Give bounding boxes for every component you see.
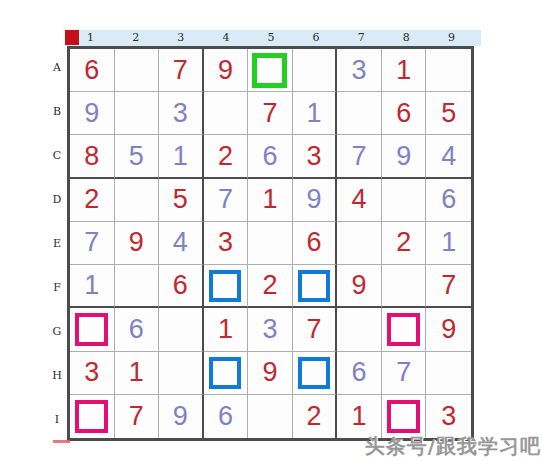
cell-G6[interactable]: 7 — [293, 308, 338, 351]
cell-C7[interactable]: 7 — [337, 135, 382, 178]
cell-I8[interactable] — [382, 395, 427, 438]
cell-D9[interactable]: 6 — [426, 179, 471, 222]
solved-digit: 1 — [173, 143, 188, 170]
solved-digit: 6 — [441, 186, 456, 213]
given-digit: 7 — [262, 100, 277, 127]
cell-A3[interactable]: 7 — [159, 49, 204, 92]
cell-I5[interactable] — [248, 395, 293, 438]
row-label-G: G — [48, 309, 66, 353]
given-digit: 6 — [307, 229, 322, 256]
given-digit: 3 — [84, 359, 99, 386]
given-digit: 2 — [396, 229, 411, 256]
pink-highlight-box — [387, 400, 420, 433]
solved-digit: 9 — [396, 143, 411, 170]
cell-B2[interactable] — [115, 92, 160, 135]
solved-digit: 9 — [84, 100, 99, 127]
watermark-text: 头条号/跟我学习吧 — [365, 433, 541, 460]
cell-A1[interactable]: 6 — [70, 49, 115, 92]
given-digit: 2 — [262, 272, 277, 299]
solved-digit: 1 — [307, 100, 322, 127]
cell-G1[interactable] — [70, 308, 115, 351]
bottom-left-tick — [53, 440, 70, 443]
pink-highlight-box — [75, 313, 108, 346]
col-label-4: 4 — [203, 30, 248, 46]
cell-B7[interactable] — [337, 92, 382, 135]
column-labels: 123456789 — [68, 30, 474, 46]
cell-E1[interactable]: 7 — [70, 222, 115, 265]
solved-digit: 3 — [352, 57, 367, 84]
cell-C1[interactable]: 8 — [70, 135, 115, 178]
solved-digit: 7 — [84, 229, 99, 256]
cell-H3[interactable] — [159, 352, 204, 395]
cell-A6[interactable] — [293, 49, 338, 92]
cell-C9[interactable]: 4 — [426, 135, 471, 178]
solved-digit: 6 — [129, 316, 144, 343]
cell-D1[interactable]: 2 — [70, 179, 115, 222]
given-digit: 3 — [307, 143, 322, 170]
cell-F4[interactable] — [204, 265, 249, 308]
given-digit: 2 — [218, 143, 233, 170]
cell-H8[interactable]: 7 — [382, 352, 427, 395]
solved-digit: 5 — [129, 143, 144, 170]
cell-A9[interactable] — [426, 49, 471, 92]
cell-A7[interactable]: 3 — [337, 49, 382, 92]
cell-C6[interactable]: 3 — [293, 135, 338, 178]
row-label-B: B — [48, 90, 66, 134]
cell-C2[interactable]: 5 — [115, 135, 160, 178]
row-label-H: H — [48, 353, 66, 397]
blue-highlight-box — [209, 357, 241, 389]
cell-E5[interactable] — [248, 222, 293, 265]
cell-F8[interactable] — [382, 265, 427, 308]
solved-digit: 3 — [262, 316, 277, 343]
row-label-F: F — [48, 265, 66, 309]
given-digit: 9 — [352, 272, 367, 299]
solved-digit: 9 — [307, 186, 322, 213]
cell-F5[interactable]: 2 — [248, 265, 293, 308]
col-label-2: 2 — [113, 30, 158, 46]
row-labels: ABCDEFGHI — [48, 46, 66, 441]
col-label-3: 3 — [158, 30, 203, 46]
cell-D5[interactable]: 1 — [248, 179, 293, 222]
given-digit: 9 — [441, 316, 456, 343]
given-digit: 7 — [441, 272, 456, 299]
cell-H7[interactable]: 6 — [337, 352, 382, 395]
cell-A4[interactable]: 9 — [204, 49, 249, 92]
solved-digit: 7 — [396, 359, 411, 386]
cell-E2[interactable]: 9 — [115, 222, 160, 265]
row-label-A: A — [48, 46, 66, 90]
given-digit: 5 — [173, 186, 188, 213]
given-digit: 1 — [352, 403, 367, 430]
cell-D6[interactable]: 9 — [293, 179, 338, 222]
cell-G9[interactable]: 9 — [426, 308, 471, 351]
given-digit: 1 — [129, 359, 144, 386]
solved-digit: 1 — [441, 229, 456, 256]
given-digit: 7 — [307, 316, 322, 343]
blue-highlight-box — [298, 357, 330, 389]
given-digit: 2 — [84, 186, 99, 213]
given-digit: 8 — [84, 143, 99, 170]
given-digit: 1 — [218, 316, 233, 343]
cell-B1[interactable]: 9 — [70, 92, 115, 135]
cell-D3[interactable]: 5 — [159, 179, 204, 222]
cell-G3[interactable] — [159, 308, 204, 351]
cell-I3[interactable]: 9 — [159, 395, 204, 438]
cell-I7[interactable]: 1 — [337, 395, 382, 438]
given-digit: 4 — [352, 186, 367, 213]
cell-H4[interactable] — [204, 352, 249, 395]
solved-digit: 1 — [84, 272, 99, 299]
given-digit: 9 — [262, 359, 277, 386]
cell-G4[interactable]: 1 — [204, 308, 249, 351]
col-label-7: 7 — [339, 30, 384, 46]
solved-digit: 7 — [218, 186, 233, 213]
solved-digit: 6 — [352, 359, 367, 386]
col-label-1: 1 — [68, 30, 113, 46]
col-label-9: 9 — [429, 30, 474, 46]
cell-A2[interactable] — [115, 49, 160, 92]
cell-F2[interactable] — [115, 265, 160, 308]
cell-H5[interactable]: 9 — [248, 352, 293, 395]
col-label-8: 8 — [384, 30, 429, 46]
given-digit: 6 — [396, 100, 411, 127]
cell-I9[interactable]: 3 — [426, 395, 471, 438]
given-digit: 5 — [441, 100, 456, 127]
cell-C8[interactable]: 9 — [382, 135, 427, 178]
cell-H1[interactable]: 3 — [70, 352, 115, 395]
given-digit: 3 — [218, 229, 233, 256]
cell-E8[interactable]: 2 — [382, 222, 427, 265]
sudoku-screenshot: 123456789 ABCDEFGHI 67931937165851263794… — [0, 0, 542, 461]
cell-H9[interactable] — [426, 352, 471, 395]
cell-H6[interactable] — [293, 352, 338, 395]
cell-I2[interactable]: 7 — [115, 395, 160, 438]
blue-highlight-box — [209, 270, 241, 302]
solved-digit: 4 — [441, 143, 456, 170]
row-label-I: I — [48, 397, 66, 441]
given-digit: 3 — [441, 403, 456, 430]
solved-digit: 4 — [173, 229, 188, 256]
cell-B5[interactable]: 7 — [248, 92, 293, 135]
pink-highlight-box — [75, 400, 108, 433]
row-label-C: C — [48, 134, 66, 178]
row-label-D: D — [48, 178, 66, 222]
given-digit: 6 — [173, 272, 188, 299]
cell-D7[interactable]: 4 — [337, 179, 382, 222]
col-label-5: 5 — [248, 30, 293, 46]
cell-G2[interactable]: 6 — [115, 308, 160, 351]
cell-D8[interactable] — [382, 179, 427, 222]
cell-C5[interactable]: 6 — [248, 135, 293, 178]
given-digit: 6 — [84, 57, 99, 84]
cell-B4[interactable] — [204, 92, 249, 135]
given-digit: 9 — [129, 229, 144, 256]
given-digit: 2 — [307, 403, 322, 430]
cell-E6[interactable]: 6 — [293, 222, 338, 265]
cell-F7[interactable]: 9 — [337, 265, 382, 308]
row-label-E: E — [48, 222, 66, 266]
cell-F3[interactable]: 6 — [159, 265, 204, 308]
cell-I6[interactable]: 2 — [293, 395, 338, 438]
given-digit: 9 — [218, 57, 233, 84]
cell-C3[interactable]: 1 — [159, 135, 204, 178]
cell-F6[interactable] — [293, 265, 338, 308]
blue-highlight-box — [298, 270, 330, 302]
given-digit: 1 — [396, 57, 411, 84]
solved-digit: 6 — [262, 143, 277, 170]
cell-E9[interactable]: 1 — [426, 222, 471, 265]
cell-E3[interactable]: 4 — [159, 222, 204, 265]
cell-F9[interactable]: 7 — [426, 265, 471, 308]
cell-G8[interactable] — [382, 308, 427, 351]
cell-D2[interactable] — [115, 179, 160, 222]
cell-G5[interactable]: 3 — [248, 308, 293, 351]
cell-H2[interactable]: 1 — [115, 352, 160, 395]
cell-E7[interactable] — [337, 222, 382, 265]
given-digit: 7 — [129, 403, 144, 430]
solved-digit: 7 — [352, 143, 367, 170]
cell-B9[interactable]: 5 — [426, 92, 471, 135]
pink-highlight-box — [387, 313, 420, 346]
cell-I1[interactable] — [70, 395, 115, 438]
cell-I4[interactable]: 6 — [204, 395, 249, 438]
given-digit: 1 — [262, 186, 277, 213]
cell-B8[interactable]: 6 — [382, 92, 427, 135]
cell-E4[interactable]: 3 — [204, 222, 249, 265]
solved-digit: 3 — [173, 100, 188, 127]
cell-B3[interactable]: 3 — [159, 92, 204, 135]
given-digit: 7 — [173, 57, 188, 84]
cell-C4[interactable]: 2 — [204, 135, 249, 178]
cell-A5[interactable] — [248, 49, 293, 92]
col-label-6: 6 — [294, 30, 339, 46]
cell-G7[interactable] — [337, 308, 382, 351]
sudoku-grid: 6793193716585126379425719467943621162976… — [67, 46, 474, 441]
solved-digit: 6 — [218, 403, 233, 430]
cell-A8[interactable]: 1 — [382, 49, 427, 92]
solved-digit: 9 — [173, 403, 188, 430]
cell-D4[interactable]: 7 — [204, 179, 249, 222]
green-highlight-box — [252, 53, 287, 88]
cell-F1[interactable]: 1 — [70, 265, 115, 308]
cell-B6[interactable]: 1 — [293, 92, 338, 135]
